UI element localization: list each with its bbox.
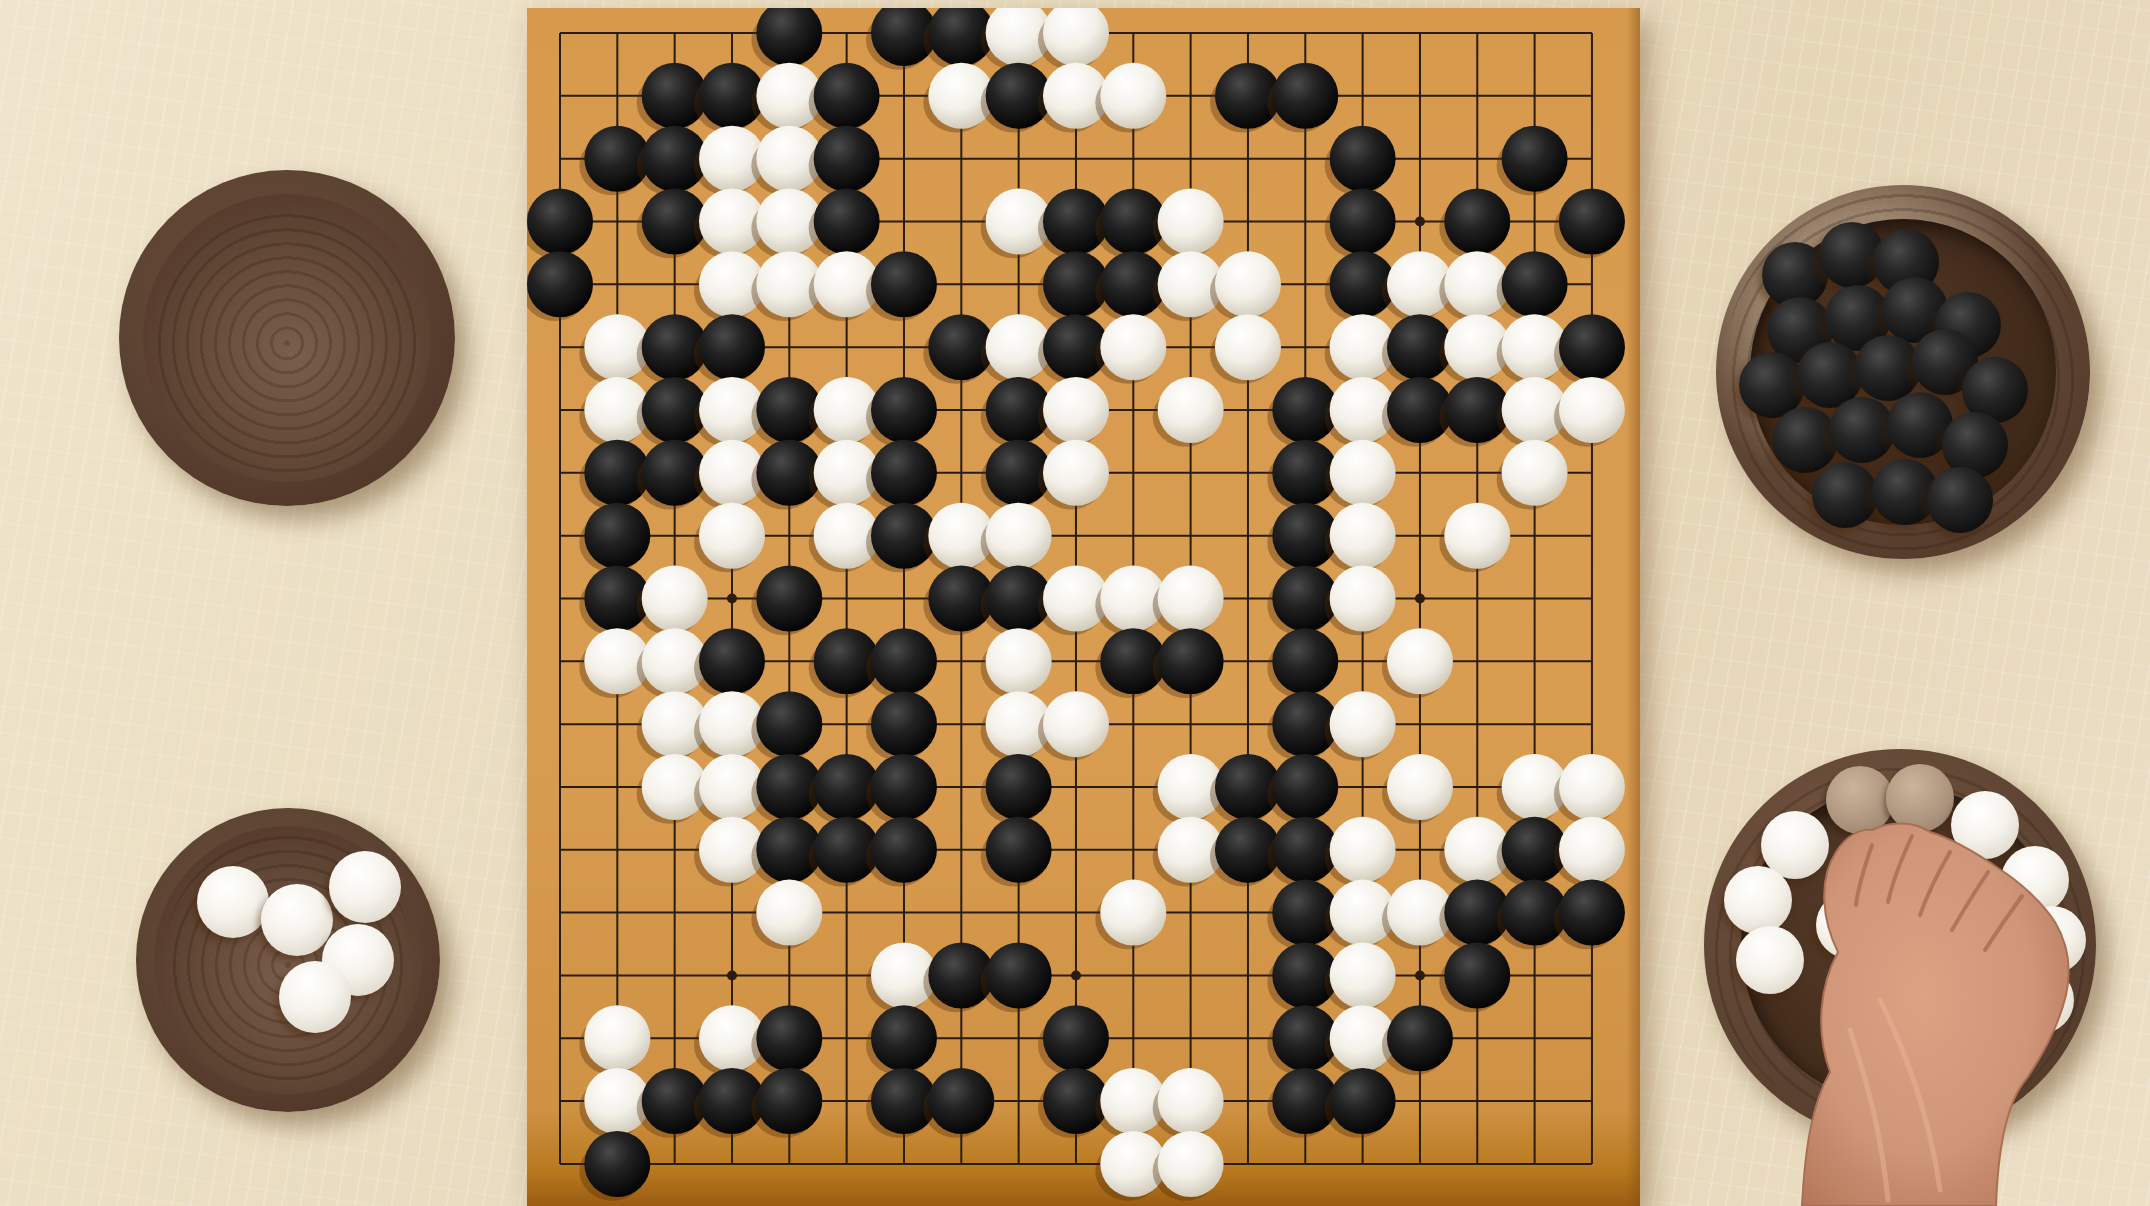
go-game-photo: [0, 0, 2150, 1206]
player-hand: [0, 0, 2150, 1206]
